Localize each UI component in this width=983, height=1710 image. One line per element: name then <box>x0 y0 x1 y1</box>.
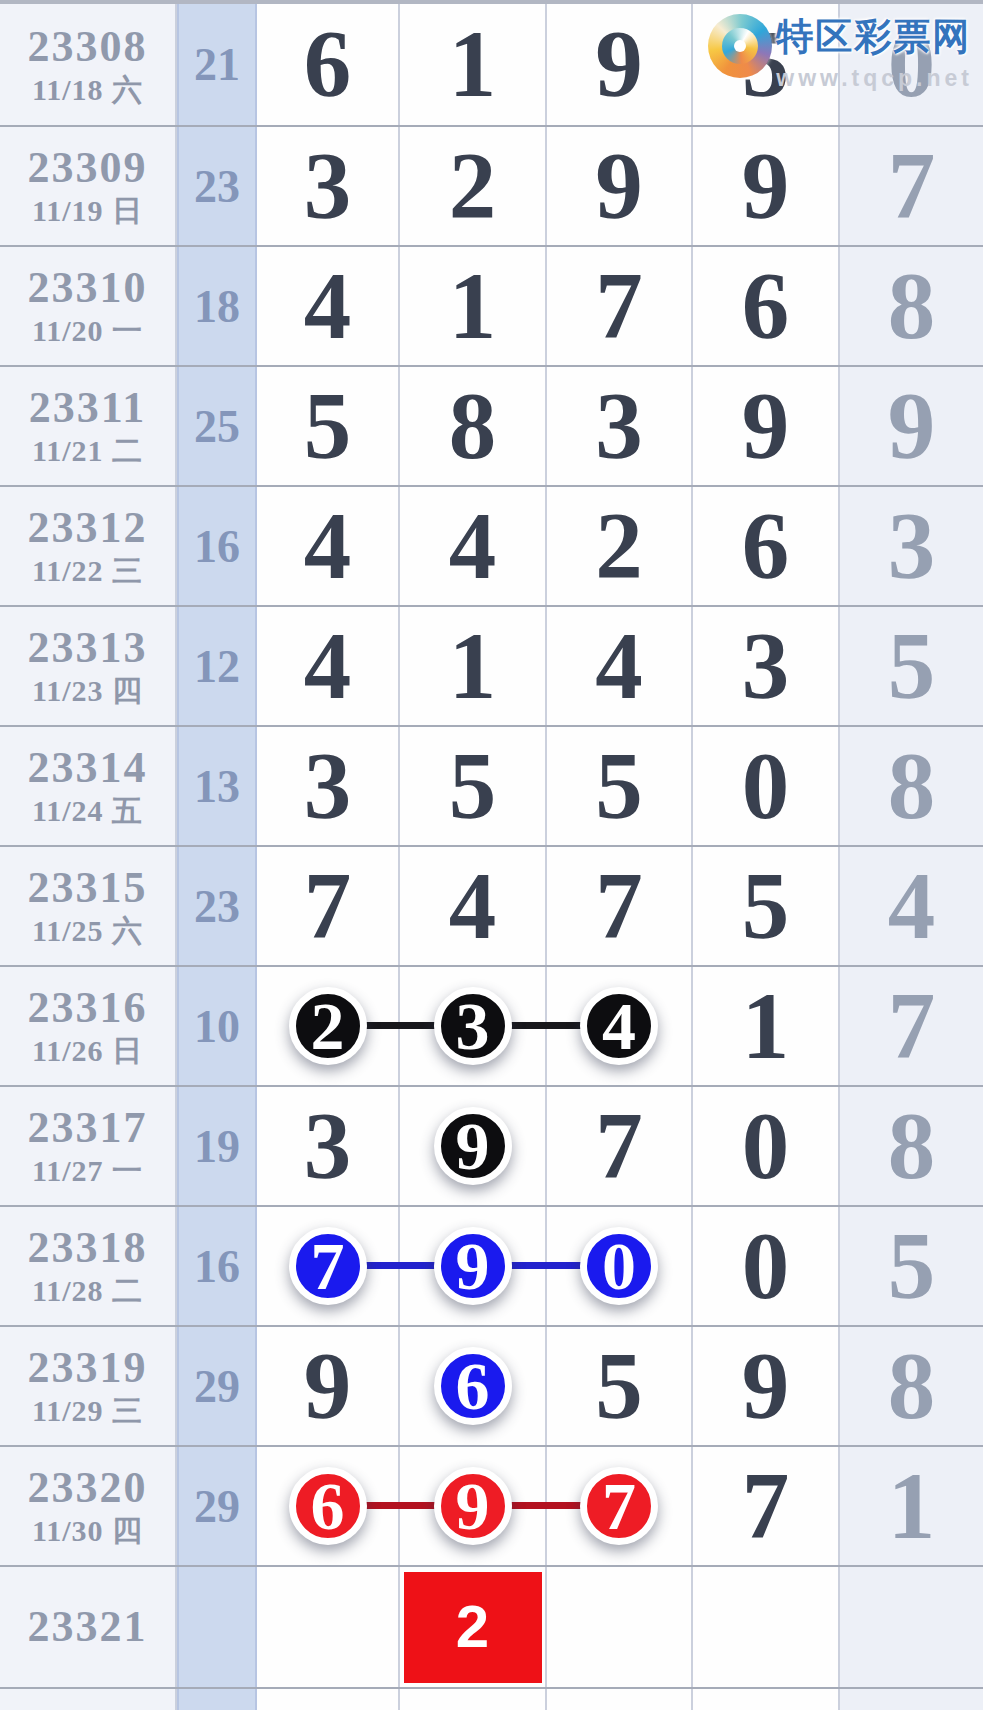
issue-cell: 23313 11/23 四 <box>0 607 177 725</box>
issue-cell: 23314 11/24 五 <box>0 727 177 845</box>
red-circle-mark: 7 <box>580 1467 658 1545</box>
draw-row: 23320 11/30 四 29 6 9 7 7 1 <box>0 1447 983 1567</box>
blue-circle-mark: 7 <box>289 1227 367 1305</box>
red-circle-mark: 9 <box>434 1467 512 1545</box>
red-circle-mark: 6 <box>289 1467 367 1545</box>
digit-cell: 6 <box>693 487 840 605</box>
issue-cell: 23312 11/22 三 <box>0 487 177 605</box>
issue-number: 23320 <box>28 1465 148 1511</box>
digit-cell <box>257 1567 400 1687</box>
extra-digit-cell: 8 <box>840 1087 983 1205</box>
digit-cell: 3 <box>257 1087 400 1205</box>
issue-cell: 23320 11/30 四 <box>0 1447 177 1565</box>
sum-cell: 25 <box>177 367 257 485</box>
digit-cell: 5 <box>547 1327 693 1445</box>
sum-cell: 16 <box>177 487 257 605</box>
sum-cell: 13 <box>177 727 257 845</box>
black-circle-mark: 4 <box>580 987 658 1065</box>
digit-cell: 6 <box>257 4 400 125</box>
digit-cell <box>547 1567 693 1687</box>
issue-cell: 23316 11/26 日 <box>0 967 177 1085</box>
extra-digit-cell: 7 <box>840 967 983 1085</box>
digit-cell: 3 <box>257 127 400 245</box>
extra-digit-cell: 4 <box>840 847 983 965</box>
issue-cell: 23318 11/28 二 <box>0 1207 177 1325</box>
digit-cell: 4 <box>400 847 547 965</box>
black-circle-mark: 3 <box>434 987 512 1065</box>
draw-date: 11/19 日 <box>32 195 143 227</box>
digit-cell: 6 <box>400 1327 547 1445</box>
extra-digit-cell <box>840 1567 983 1687</box>
extra-digit-cell: 1 <box>840 1447 983 1565</box>
issue-cell: 23311 11/21 二 <box>0 367 177 485</box>
issue-number: 23311 <box>29 385 147 431</box>
sum-cell: 29 <box>177 1447 257 1565</box>
digit-cell: 7 <box>547 247 693 365</box>
extra-digit-cell: 5 <box>840 1207 983 1325</box>
blue-circle-mark: 0 <box>580 1227 658 1305</box>
digit-cell: 4 <box>257 607 400 725</box>
sum-cell: 23 <box>177 127 257 245</box>
digit-cell: 2 <box>400 1567 547 1687</box>
draw-date: 11/29 三 <box>32 1395 143 1427</box>
site-logo-url: www.tqcp.net <box>776 65 973 92</box>
digit-cell: 9 <box>693 367 840 485</box>
digit-cell: 1 <box>693 967 840 1085</box>
digit-cell: 9 <box>547 127 693 245</box>
draw-date: 11/21 二 <box>32 435 143 467</box>
issue-cell: 23308 11/18 六 <box>0 4 177 125</box>
issue-number: 23318 <box>28 1225 148 1271</box>
digit-cell: 3 <box>547 367 693 485</box>
issue-cell: 23309 11/19 日 <box>0 127 177 245</box>
digit-cell: 1 <box>400 4 547 125</box>
issue-number: 23308 <box>28 24 148 70</box>
site-logo-title: 特区彩票网 <box>776 12 973 62</box>
digit-cell: 9 <box>257 1327 400 1445</box>
site-logo[interactable]: 特区彩票网 www.tqcp.net <box>708 12 973 92</box>
digit-cell: 5 <box>400 727 547 845</box>
digit-cell: 7 <box>547 847 693 965</box>
sum-cell: 19 <box>177 1087 257 1205</box>
black-circle-mark: 2 <box>289 987 367 1065</box>
digit-cell: 9 <box>693 127 840 245</box>
issue-number: 23315 <box>28 865 148 911</box>
digit-cell: 4 <box>257 247 400 365</box>
sum-cell: 23 <box>177 847 257 965</box>
sum-cell: 10 <box>177 967 257 1085</box>
issue-number: 23316 <box>28 985 148 1031</box>
draw-row: 23309 11/19 日 23 3 2 9 9 7 <box>0 127 983 247</box>
digit-cell: 2 <box>547 487 693 605</box>
draw-row: 23318 11/28 二 16 7 9 0 0 5 <box>0 1207 983 1327</box>
extra-digit-cell: 9 <box>840 367 983 485</box>
issue-number: 23319 <box>28 1345 148 1391</box>
digit-cell <box>693 1567 840 1687</box>
issue-cell: 23319 11/29 三 <box>0 1327 177 1445</box>
issue-number: 23309 <box>28 145 148 191</box>
draw-date: 11/27 一 <box>32 1155 143 1187</box>
sum-cell: 18 <box>177 247 257 365</box>
draw-row: 23311 11/21 二 25 5 8 3 9 9 <box>0 367 983 487</box>
issue-number: 23312 <box>28 505 148 551</box>
issue-cell: 23317 11/27 一 <box>0 1087 177 1205</box>
next-draw-row: 23321 2 <box>0 1567 983 1689</box>
cut-off-row <box>0 1689 983 1710</box>
digit-cell: 4 <box>547 607 693 725</box>
digit-cell: 7 <box>547 1087 693 1205</box>
digit-cell: 1 <box>400 247 547 365</box>
digit-cell: 0 <box>693 727 840 845</box>
issue-number: 23317 <box>28 1105 148 1151</box>
extra-digit-cell: 8 <box>840 247 983 365</box>
draw-date: 11/22 三 <box>32 555 143 587</box>
digit-cell: 3 <box>693 607 840 725</box>
issue-number: 23321 <box>28 1604 148 1650</box>
sum-cell <box>177 1567 257 1687</box>
digit-cell: 0 <box>693 1207 840 1325</box>
sum-cell: 12 <box>177 607 257 725</box>
draw-date: 11/28 二 <box>32 1275 143 1307</box>
issue-number: 23314 <box>28 745 148 791</box>
sum-cell: 29 <box>177 1327 257 1445</box>
digit-cell: 5 <box>693 847 840 965</box>
digit-cell: 9 <box>547 4 693 125</box>
blue-circle-mark: 6 <box>434 1347 512 1425</box>
digit-cell: 8 <box>400 367 547 485</box>
extra-digit-cell: 8 <box>840 727 983 845</box>
digit-cell: 7 <box>257 847 400 965</box>
draw-row: 23310 11/20 一 18 4 1 7 6 8 <box>0 247 983 367</box>
extra-digit-cell: 8 <box>840 1327 983 1445</box>
blue-circle-mark: 9 <box>434 1227 512 1305</box>
site-logo-swirl-icon <box>708 14 772 78</box>
draw-row: 23314 11/24 五 13 3 5 5 0 8 <box>0 727 983 847</box>
issue-cell: 23315 11/25 六 <box>0 847 177 965</box>
digit-cell: 4 <box>400 487 547 605</box>
extra-digit-cell: 5 <box>840 607 983 725</box>
draw-row: 23316 11/26 日 10 2 3 4 1 7 <box>0 967 983 1087</box>
digit-cell: 2 <box>400 127 547 245</box>
draw-date: 11/26 日 <box>32 1035 143 1067</box>
trend-chart-board: 23308 11/18 六 21 6 1 9 5 0 23309 11/19 日… <box>0 0 983 1710</box>
digit-cell: 6 <box>693 247 840 365</box>
extra-digit-cell: 7 <box>840 127 983 245</box>
extra-digit-cell: 3 <box>840 487 983 605</box>
digit-cell: 9 <box>400 1087 547 1205</box>
issue-cell: 23321 <box>0 1567 177 1687</box>
draw-date: 11/25 六 <box>32 915 143 947</box>
draw-date: 11/18 六 <box>32 74 143 106</box>
digit-cell: 7 <box>693 1447 840 1565</box>
black-circle-mark: 9 <box>434 1107 512 1185</box>
red-highlight-box: 2 <box>404 1572 542 1683</box>
draw-row: 23313 11/23 四 12 4 1 4 3 5 <box>0 607 983 727</box>
digit-cell: 0 <box>693 1087 840 1205</box>
draw-date: 11/20 一 <box>32 315 143 347</box>
issue-cell: 23310 11/20 一 <box>0 247 177 365</box>
issue-number: 23310 <box>28 265 148 311</box>
digit-cell: 3 <box>257 727 400 845</box>
draw-row: 23312 11/22 三 16 4 4 2 6 3 <box>0 487 983 607</box>
draw-row: 23317 11/27 一 19 3 9 7 0 8 <box>0 1087 983 1207</box>
digit-cell: 9 <box>693 1327 840 1445</box>
digit-cell: 1 <box>400 607 547 725</box>
draw-date: 11/30 四 <box>32 1515 143 1547</box>
digit-cell: 5 <box>547 727 693 845</box>
sum-cell: 16 <box>177 1207 257 1325</box>
issue-number: 23313 <box>28 625 148 671</box>
draw-row: 23315 11/25 六 23 7 4 7 5 4 <box>0 847 983 967</box>
digit-cell: 4 <box>257 487 400 605</box>
draw-row: 23319 11/29 三 29 9 6 5 9 8 <box>0 1327 983 1447</box>
draw-date: 11/23 四 <box>32 675 143 707</box>
digit-cell: 5 <box>257 367 400 485</box>
draw-date: 11/24 五 <box>32 795 143 827</box>
sum-cell: 21 <box>177 4 257 125</box>
